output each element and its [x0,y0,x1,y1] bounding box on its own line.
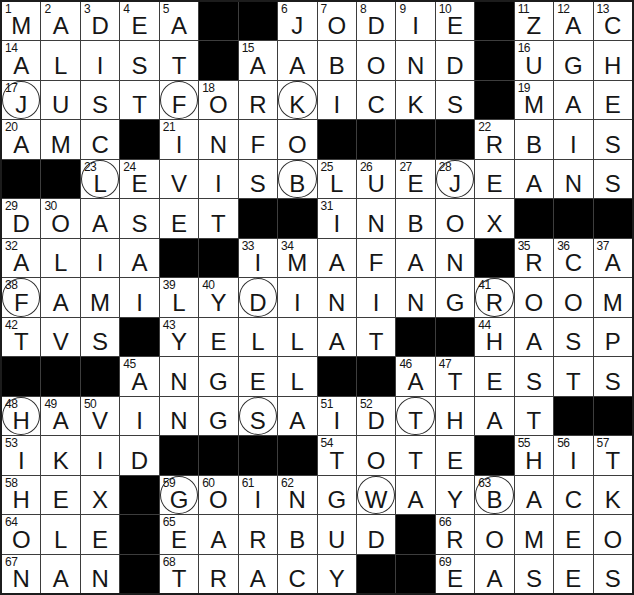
cell-r10c16[interactable]: S [594,357,632,395]
cell-r15c5[interactable]: 68T [160,555,198,593]
cell-r6c12[interactable]: O [436,199,474,237]
cell-r8c12[interactable]: G [436,278,474,316]
cell-letter: D [436,54,474,78]
cell-r1c15[interactable]: 12A [554,2,592,40]
black-cell [199,436,237,474]
cell-r3c6[interactable]: 18O [199,81,237,119]
cell-r12c14[interactable]: 55H [515,436,553,474]
cell-letter: M [81,291,119,315]
cell-letter: N [396,291,434,315]
cell-r11c10[interactable]: 52D [357,397,395,435]
cell-r8c3[interactable]: M [81,278,119,316]
cell-letter: B [318,54,356,78]
cell-letter: A [2,54,40,78]
cell-r3c14[interactable]: 19M [515,81,553,119]
cell-r8c11[interactable]: N [396,278,434,316]
cell-letter: E [199,330,237,354]
cell-r6c9[interactable]: 31I [318,199,356,237]
cell-r9c15[interactable]: S [554,318,592,356]
cell-r10c13[interactable]: E [475,357,513,395]
cell-letter: I [318,212,356,236]
cell-letter: A [41,291,79,315]
cell-r13c12[interactable]: Y [436,476,474,514]
cell-r8c8[interactable]: I [278,278,316,316]
cell-r14c13[interactable]: O [475,515,513,553]
black-cell [239,199,277,237]
cell-r14c1[interactable]: 64O [2,515,40,553]
black-cell [41,160,79,198]
cell-r13c3[interactable]: X [81,476,119,514]
cell-letter: M [515,528,553,552]
cell-r11c2[interactable]: 49A [41,397,79,435]
cell-r6c3[interactable]: A [81,199,119,237]
cell-r3c1[interactable]: 17J [2,81,40,119]
cell-r2c11[interactable]: N [396,41,434,79]
black-cell [199,2,237,40]
cell-r9c13[interactable]: 44H [475,318,513,356]
cell-letter: H [2,488,40,512]
cell-letter: H [515,449,553,473]
cell-r15c1[interactable]: 67N [2,555,40,593]
cell-letter: K [41,449,79,473]
cell-r7c3[interactable]: I [81,239,119,277]
cell-letter: T [160,54,198,78]
cell-r12c10[interactable]: O [357,436,395,474]
cell-r14c9[interactable]: U [318,515,356,553]
cell-letter: O [2,528,40,552]
cell-r2c14[interactable]: 16U [515,41,553,79]
cell-r12c1[interactable]: 53I [2,436,40,474]
cell-r9c8[interactable]: L [278,318,316,356]
black-cell [2,357,40,395]
cell-r2c9[interactable]: B [318,41,356,79]
cell-r14c14[interactable]: M [515,515,553,553]
cell-r1c10[interactable]: 8D [357,2,395,40]
cell-r13c1[interactable]: 58H [2,476,40,514]
cell-letter: U [318,528,356,552]
cell-r5c14[interactable]: A [515,160,553,198]
black-cell [515,199,553,237]
cell-r3c8[interactable]: K [278,81,316,119]
cell-r13c8[interactable]: 62N [278,476,316,514]
cell-letter: A [278,54,316,78]
cell-r12c9[interactable]: 54T [318,436,356,474]
cell-r5c9[interactable]: 25L [318,160,356,198]
cell-r3c2[interactable]: U [41,81,79,119]
black-cell [199,41,237,79]
cell-r11c12[interactable]: H [436,397,474,435]
cell-r1c1[interactable]: 1M [2,2,40,40]
cell-letter: L [41,528,79,552]
cell-r3c11[interactable]: K [396,81,434,119]
cell-r2c1[interactable]: 14A [2,41,40,79]
cell-letter: E [554,528,592,552]
cell-letter: G [160,488,198,512]
cell-r12c11[interactable]: T [396,436,434,474]
cell-r9c10[interactable]: T [357,318,395,356]
cell-letter: O [318,14,356,38]
cell-r15c2[interactable]: A [41,555,79,593]
cell-letter: T [396,449,434,473]
cell-r4c7[interactable]: F [239,120,277,158]
cell-r15c13[interactable]: A [475,555,513,593]
cell-r1c8[interactable]: 6J [278,2,316,40]
cell-r11c1[interactable]: 48H [2,397,40,435]
cell-r14c3[interactable]: E [81,515,119,553]
cell-letter: E [475,172,513,196]
cell-letter: H [2,409,40,433]
cell-r10c7[interactable]: E [239,357,277,395]
cell-r13c6[interactable]: 60O [199,476,237,514]
cell-r2c2[interactable]: L [41,41,79,79]
cell-r9c9[interactable]: A [318,318,356,356]
cell-letter: M [515,93,553,117]
cell-letter: T [357,330,395,354]
cell-r13c14[interactable]: A [515,476,553,514]
cell-r2c16[interactable]: H [594,41,632,79]
cell-r13c10[interactable]: W [357,476,395,514]
cell-r9c14[interactable]: A [515,318,553,356]
cell-r1c14[interactable]: 11Z [515,2,553,40]
cell-letter: A [120,251,158,275]
cell-r11c3[interactable]: 50V [81,397,119,435]
cell-r8c9[interactable]: N [318,278,356,316]
cell-letter: T [436,370,474,394]
cell-r15c7[interactable]: A [239,555,277,593]
cell-r2c12[interactable]: D [436,41,474,79]
cell-letter: A [396,370,434,394]
cell-r5c4[interactable]: 24E [120,160,158,198]
black-cell [318,120,356,158]
cell-letter: B [515,133,553,157]
cell-letter: O [594,528,632,552]
cell-r13c16[interactable]: K [594,476,632,514]
cell-r2c15[interactable]: G [554,41,592,79]
cell-r6c11[interactable]: B [396,199,434,237]
cell-letter: O [199,93,237,117]
cell-r7c15[interactable]: 36C [554,239,592,277]
cell-letter: F [2,291,40,315]
cell-r2c7[interactable]: 15A [239,41,277,79]
cell-r7c2[interactable]: L [41,239,79,277]
cell-r15c6[interactable]: R [199,555,237,593]
black-cell [2,160,40,198]
cell-r4c1[interactable]: 20A [2,120,40,158]
cell-r13c15[interactable]: C [554,476,592,514]
cell-letter: E [594,93,632,117]
cell-r4c14[interactable]: B [515,120,553,158]
cell-r7c4[interactable]: A [120,239,158,277]
cell-letter: A [396,488,434,512]
cell-letter: M [594,291,632,315]
black-cell [554,397,592,435]
cell-r15c8[interactable]: C [278,555,316,593]
cell-r11c4[interactable]: I [120,397,158,435]
cell-r10c4[interactable]: 45A [120,357,158,395]
cell-letter: A [554,93,592,117]
cell-letter: P [594,330,632,354]
cell-letter: A [475,567,513,591]
cell-r11c14[interactable]: T [515,397,553,435]
cell-letter: B [278,528,316,552]
cell-r14c16[interactable]: O [594,515,632,553]
cell-r3c9[interactable]: I [318,81,356,119]
cell-r8c6[interactable]: 40Y [199,278,237,316]
cell-r8c16[interactable]: M [594,278,632,316]
cell-r4c5[interactable]: 21I [160,120,198,158]
cell-letter: S [594,370,632,394]
cell-letter: A [554,14,592,38]
cell-r9c3[interactable]: S [81,318,119,356]
cell-r8c1[interactable]: 38F [2,278,40,316]
cell-letter: E [436,14,474,38]
cell-r6c5[interactable]: E [160,199,198,237]
cell-letter: K [594,488,632,512]
black-cell [396,120,434,158]
cell-letter: V [41,330,79,354]
cell-r14c12[interactable]: 66R [436,515,474,553]
cell-letter: R [475,291,513,315]
cell-letter: R [475,133,513,157]
cell-r4c6[interactable]: N [199,120,237,158]
cell-r10c8[interactable]: L [278,357,316,395]
cell-letter: A [199,528,237,552]
cell-r8c15[interactable]: O [554,278,592,316]
cell-letter: I [199,172,237,196]
cell-r6c4[interactable]: S [120,199,158,237]
cell-r8c10[interactable]: I [357,278,395,316]
cell-r15c15[interactable]: E [554,555,592,593]
cell-r9c7[interactable]: L [239,318,277,356]
cell-r1c12[interactable]: 10E [436,2,474,40]
cell-r7c12[interactable]: N [436,239,474,277]
cell-letter: R [239,528,277,552]
cell-r2c8[interactable]: A [278,41,316,79]
cell-r10c14[interactable]: S [515,357,553,395]
cell-r11c8[interactable]: A [278,397,316,435]
cell-r12c3[interactable]: I [81,436,119,474]
cell-r6c6[interactable]: T [199,199,237,237]
cell-r3c5[interactable]: F [160,81,198,119]
black-cell [120,515,158,553]
cell-r2c4[interactable]: S [120,41,158,79]
cell-letter: C [594,14,632,38]
cell-r9c16[interactable]: P [594,318,632,356]
cell-r3c4[interactable]: T [120,81,158,119]
black-cell [357,357,395,395]
black-cell [436,120,474,158]
cell-r4c15[interactable]: I [554,120,592,158]
cell-r8c5[interactable]: 39L [160,278,198,316]
cell-r10c15[interactable]: T [554,357,592,395]
cell-r11c13[interactable]: A [475,397,513,435]
cell-r6c2[interactable]: 30O [41,199,79,237]
cell-letter: I [81,251,119,275]
cell-letter: E [120,172,158,196]
cell-r10c5[interactable]: N [160,357,198,395]
cell-r14c10[interactable]: D [357,515,395,553]
cell-r5c3[interactable]: 23L [81,160,119,198]
cell-letter: A [396,251,434,275]
cell-letter: S [81,330,119,354]
cell-letter: L [160,291,198,315]
cell-letter: F [357,251,395,275]
cell-r5c7[interactable]: S [239,160,277,198]
cell-r14c8[interactable]: B [278,515,316,553]
cell-r15c16[interactable]: S [594,555,632,593]
cell-r10c12[interactable]: 47T [436,357,474,395]
cell-r14c6[interactable]: A [199,515,237,553]
cell-r15c9[interactable]: Y [318,555,356,593]
black-cell [318,357,356,395]
cell-r15c12[interactable]: 69E [436,555,474,593]
cell-r6c1[interactable]: 29D [2,199,40,237]
cell-r5c12[interactable]: 28J [436,160,474,198]
cell-r10c6[interactable]: G [199,357,237,395]
cell-letter: O [199,488,237,512]
cell-r2c5[interactable]: T [160,41,198,79]
cell-r4c3[interactable]: C [81,120,119,158]
cell-r14c5[interactable]: 65E [160,515,198,553]
cell-r5c6[interactable]: I [199,160,237,198]
cell-r7c16[interactable]: 37A [594,239,632,277]
cell-letter: I [239,251,277,275]
cell-r3c16[interactable]: E [594,81,632,119]
cell-r9c6[interactable]: E [199,318,237,356]
cell-r5c13[interactable]: E [475,160,513,198]
cell-r1c2[interactable]: 2A [41,2,79,40]
cell-r3c3[interactable]: S [81,81,119,119]
cell-letter: Z [515,14,553,38]
cell-r6c13[interactable]: X [475,199,513,237]
cell-letter: I [278,291,316,315]
cell-r4c13[interactable]: 22R [475,120,513,158]
cell-r11c5[interactable]: N [160,397,198,435]
cell-r5c15[interactable]: N [554,160,592,198]
cell-r13c11[interactable]: A [396,476,434,514]
cell-r1c11[interactable]: 9I [396,2,434,40]
cell-letter: D [120,449,158,473]
cell-letter: N [396,54,434,78]
cell-r5c5[interactable]: V [160,160,198,198]
cell-r4c8[interactable]: O [278,120,316,158]
cell-r2c10[interactable]: O [357,41,395,79]
cell-r1c3[interactable]: 3D [81,2,119,40]
cell-letter: G [554,54,592,78]
black-cell [554,199,592,237]
cell-r12c4[interactable]: D [120,436,158,474]
cell-r8c2[interactable]: A [41,278,79,316]
cell-r13c2[interactable]: E [41,476,79,514]
cell-r12c15[interactable]: 56I [554,436,592,474]
cell-letter: S [515,370,553,394]
cell-r5c8[interactable]: B [278,160,316,198]
black-cell [199,239,237,277]
cell-r4c16[interactable]: S [594,120,632,158]
cell-r13c9[interactable]: G [318,476,356,514]
cell-letter: I [2,449,40,473]
cell-letter: O [554,291,592,315]
cell-letter: M [278,251,316,275]
black-cell [278,199,316,237]
cell-r9c5[interactable]: 43Y [160,318,198,356]
cell-letter: D [239,291,277,315]
cell-r15c14[interactable]: S [515,555,553,593]
cell-letter: F [239,133,277,157]
cell-letter: A [41,409,79,433]
black-cell [120,476,158,514]
cell-r5c11[interactable]: 27E [396,160,434,198]
cell-r7c8[interactable]: 34M [278,239,316,277]
cell-r9c2[interactable]: V [41,318,79,356]
cell-r11c9[interactable]: 51I [318,397,356,435]
cell-r3c7[interactable]: R [239,81,277,119]
cell-r11c11[interactable]: T [396,397,434,435]
cell-r7c1[interactable]: 32A [2,239,40,277]
cell-r5c16[interactable]: S [594,160,632,198]
cell-r8c14[interactable]: O [515,278,553,316]
cell-r7c9[interactable]: A [318,239,356,277]
cell-r12c2[interactable]: K [41,436,79,474]
cell-r7c10[interactable]: F [357,239,395,277]
cell-letter: L [239,330,277,354]
cell-r7c11[interactable]: A [396,239,434,277]
cell-r14c2[interactable]: L [41,515,79,553]
cell-r6c10[interactable]: N [357,199,395,237]
cell-r9c1[interactable]: 42T [2,318,40,356]
cell-r13c7[interactable]: 61I [239,476,277,514]
cell-r8c13[interactable]: 41R [475,278,513,316]
cell-letter: C [81,133,119,157]
cell-r2c3[interactable]: I [81,41,119,79]
cell-r8c7[interactable]: D [239,278,277,316]
cell-r7c7[interactable]: 33I [239,239,277,277]
cell-letter: D [357,409,395,433]
black-cell [436,318,474,356]
cell-letter: A [160,14,198,38]
cell-r3c15[interactable]: A [554,81,592,119]
cell-r13c13[interactable]: 63B [475,476,513,514]
cell-r14c15[interactable]: E [554,515,592,553]
cell-letter: T [2,330,40,354]
cell-r8c4[interactable]: I [120,278,158,316]
cell-letter: O [41,212,79,236]
cell-letter: I [318,93,356,117]
cell-r7c14[interactable]: 35R [515,239,553,277]
cell-r5c10[interactable]: 26U [357,160,395,198]
cell-letter: N [2,567,40,591]
cell-r4c2[interactable]: M [41,120,79,158]
cell-r1c9[interactable]: 7O [318,2,356,40]
black-cell [120,555,158,593]
cell-r3c10[interactable]: C [357,81,395,119]
cell-r3c12[interactable]: S [436,81,474,119]
cell-r13c5[interactable]: 59G [160,476,198,514]
cell-r14c7[interactable]: R [239,515,277,553]
cell-letter: O [357,449,395,473]
cell-r1c4[interactable]: 4E [120,2,158,40]
cell-r12c12[interactable]: E [436,436,474,474]
black-cell [357,120,395,158]
cell-r1c16[interactable]: 13C [594,2,632,40]
cell-r10c11[interactable]: 46A [396,357,434,395]
cell-letter: A [2,133,40,157]
cell-r11c7[interactable]: S [239,397,277,435]
cell-r1c5[interactable]: 5A [160,2,198,40]
cell-r12c16[interactable]: 57T [594,436,632,474]
cell-r15c3[interactable]: N [81,555,119,593]
cell-r11c6[interactable]: G [199,397,237,435]
